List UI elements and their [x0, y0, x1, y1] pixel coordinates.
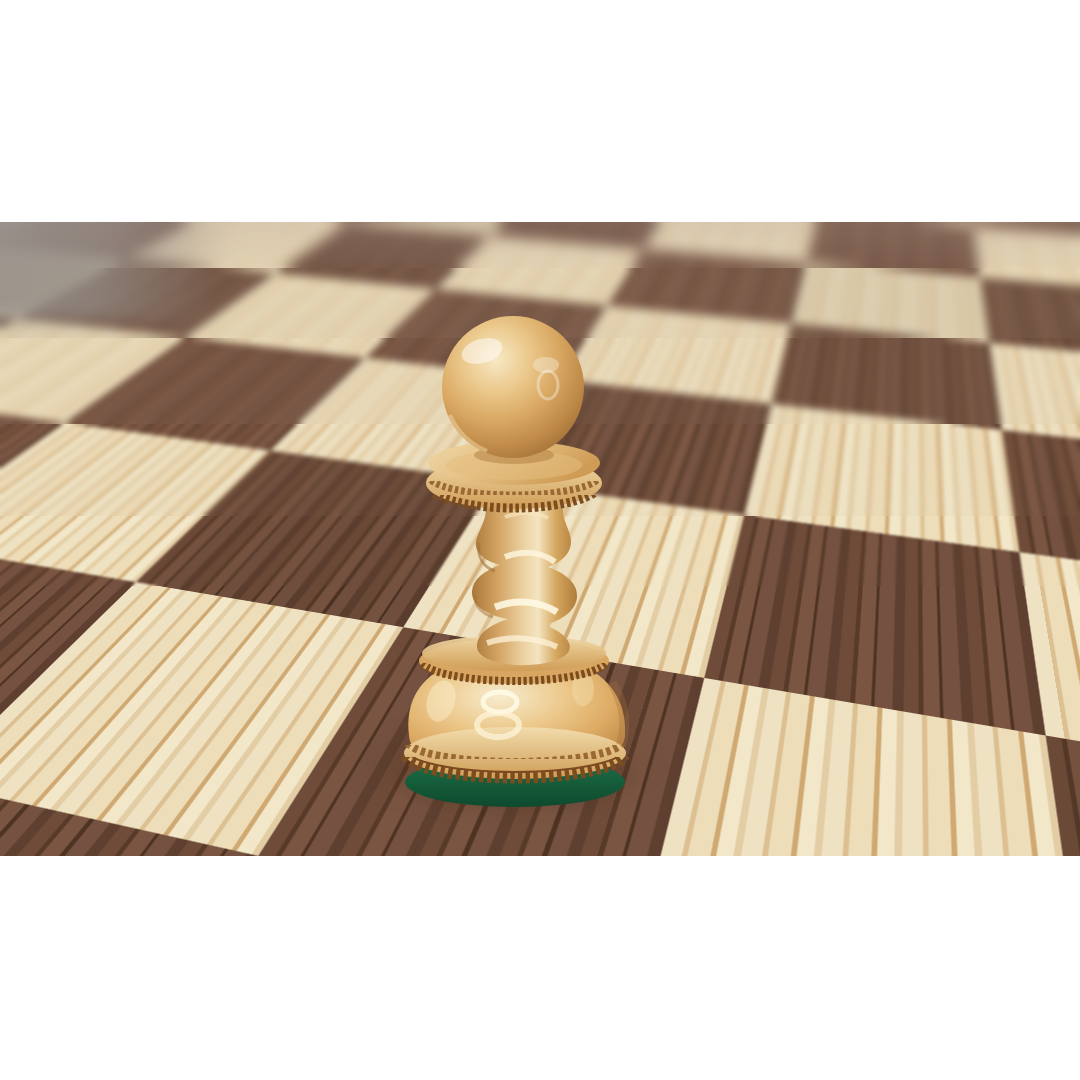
pawn-spiral-stem [472, 502, 577, 665]
white-pawn-piece [387, 305, 647, 810]
pawn-ball-finial [442, 316, 584, 458]
photo-page [0, 0, 1080, 1080]
photo-area [0, 222, 1080, 856]
background-surface [0, 222, 290, 322]
